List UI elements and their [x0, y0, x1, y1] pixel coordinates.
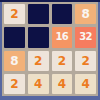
- empty-cell-r0c1: [28, 4, 49, 24]
- tile-32-r1c3: 32: [75, 27, 96, 47]
- tile-8-r2c0: 8: [4, 51, 25, 71]
- tile-8-r0c3: 8: [75, 4, 96, 24]
- tile-4-r3c1: 4: [28, 74, 49, 94]
- tile-2-r2c2: 2: [52, 51, 73, 71]
- tile-2-r0c0: 2: [4, 4, 25, 24]
- tile-2-r2c1: 2: [28, 51, 49, 71]
- empty-cell-r0c2: [52, 4, 73, 24]
- tile-4-r3c2: 4: [52, 74, 73, 94]
- tile-2-r2c3: 2: [75, 51, 96, 71]
- tile-2-r3c0: 2: [4, 74, 25, 94]
- tile-4-r3c3: 4: [75, 74, 96, 94]
- tile-16-r1c2: 16: [52, 27, 73, 47]
- page-background: { "game": "2048", "grid_size": 4, "posit…: [0, 0, 100, 100]
- board-grid[interactable]: 28163282222444: [2, 2, 98, 96]
- empty-cell-r1c0: [4, 27, 25, 47]
- empty-cell-r1c1: [28, 27, 49, 47]
